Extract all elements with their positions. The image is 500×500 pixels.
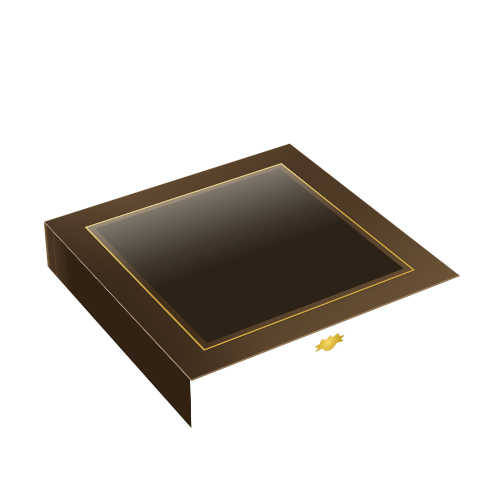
chess-set-photo <box>0 0 500 500</box>
brass-clasp-icon <box>314 330 344 357</box>
board-lid <box>44 143 460 381</box>
chess-box <box>44 144 457 380</box>
